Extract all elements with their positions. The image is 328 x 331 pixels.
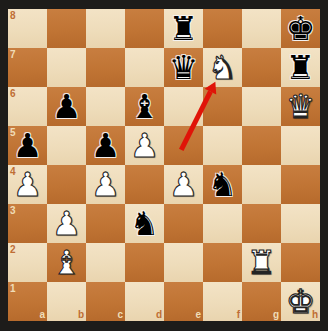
square-a2[interactable]: 2 — [8, 243, 47, 282]
square-f4[interactable]: ♞ — [203, 165, 242, 204]
square-h3[interactable] — [281, 204, 320, 243]
piece-white-queen-h6[interactable]: ♛ — [281, 87, 320, 126]
square-g8[interactable] — [242, 9, 281, 48]
square-d4[interactable] — [125, 165, 164, 204]
square-e8[interactable]: ♜ — [164, 9, 203, 48]
square-f8[interactable] — [203, 9, 242, 48]
square-f7[interactable]: ♞ — [203, 48, 242, 87]
rank-label-8: 8 — [10, 11, 16, 21]
file-label-a: a — [39, 310, 45, 320]
piece-black-queen-e7[interactable]: ♛ — [164, 48, 203, 87]
square-g3[interactable] — [242, 204, 281, 243]
square-g2[interactable]: ♜ — [242, 243, 281, 282]
square-c4[interactable]: ♟ — [86, 165, 125, 204]
piece-white-pawn-d5[interactable]: ♟ — [125, 126, 164, 165]
chess-board-frame: 8♜♚7♛♞♜6♟♝♛5♟♟♟4♟♟♟♞3♟♞2♝♜1abcdefgh♚ — [0, 0, 328, 331]
rank-label-2: 2 — [10, 245, 16, 255]
square-e1[interactable]: e — [164, 282, 203, 321]
square-c3[interactable] — [86, 204, 125, 243]
piece-white-bishop-b2[interactable]: ♝ — [47, 243, 86, 282]
square-c5[interactable]: ♟ — [86, 126, 125, 165]
rank-label-6: 6 — [10, 89, 16, 99]
piece-black-king-h8[interactable]: ♚ — [281, 9, 320, 48]
square-d1[interactable]: d — [125, 282, 164, 321]
file-label-f: f — [237, 310, 240, 320]
square-f2[interactable] — [203, 243, 242, 282]
square-d8[interactable] — [125, 9, 164, 48]
square-g5[interactable] — [242, 126, 281, 165]
square-f6[interactable] — [203, 87, 242, 126]
square-c7[interactable] — [86, 48, 125, 87]
square-b2[interactable]: ♝ — [47, 243, 86, 282]
square-b6[interactable]: ♟ — [47, 87, 86, 126]
square-h1[interactable]: h♚ — [281, 282, 320, 321]
square-f5[interactable] — [203, 126, 242, 165]
piece-white-pawn-c4[interactable]: ♟ — [86, 165, 125, 204]
square-e4[interactable]: ♟ — [164, 165, 203, 204]
square-a6[interactable]: 6 — [8, 87, 47, 126]
square-g1[interactable]: g — [242, 282, 281, 321]
piece-white-king-h1[interactable]: ♚ — [281, 282, 320, 321]
file-label-e: e — [195, 310, 201, 320]
square-b3[interactable]: ♟ — [47, 204, 86, 243]
square-a5[interactable]: 5♟ — [8, 126, 47, 165]
square-e5[interactable] — [164, 126, 203, 165]
file-label-b: b — [78, 310, 84, 320]
piece-black-pawn-b6[interactable]: ♟ — [47, 87, 86, 126]
square-h2[interactable] — [281, 243, 320, 282]
square-h6[interactable]: ♛ — [281, 87, 320, 126]
square-c8[interactable] — [86, 9, 125, 48]
file-label-g: g — [273, 310, 279, 320]
square-d6[interactable]: ♝ — [125, 87, 164, 126]
square-g7[interactable] — [242, 48, 281, 87]
piece-black-pawn-c5[interactable]: ♟ — [86, 126, 125, 165]
file-label-c: c — [117, 310, 123, 320]
square-a3[interactable]: 3 — [8, 204, 47, 243]
square-a4[interactable]: 4♟ — [8, 165, 47, 204]
square-c1[interactable]: c — [86, 282, 125, 321]
square-f1[interactable]: f — [203, 282, 242, 321]
square-h7[interactable]: ♜ — [281, 48, 320, 87]
square-d5[interactable]: ♟ — [125, 126, 164, 165]
piece-black-knight-d3[interactable]: ♞ — [125, 204, 164, 243]
piece-black-knight-f4[interactable]: ♞ — [203, 165, 242, 204]
square-e2[interactable] — [164, 243, 203, 282]
square-f3[interactable] — [203, 204, 242, 243]
square-b5[interactable] — [47, 126, 86, 165]
square-e7[interactable]: ♛ — [164, 48, 203, 87]
square-e3[interactable] — [164, 204, 203, 243]
chess-board: 8♜♚7♛♞♜6♟♝♛5♟♟♟4♟♟♟♞3♟♞2♝♜1abcdefgh♚ — [8, 9, 320, 321]
piece-black-rook-e8[interactable]: ♜ — [164, 9, 203, 48]
piece-white-rook-g2[interactable]: ♜ — [242, 243, 281, 282]
rank-label-7: 7 — [10, 50, 16, 60]
piece-white-pawn-e4[interactable]: ♟ — [164, 165, 203, 204]
square-a7[interactable]: 7 — [8, 48, 47, 87]
square-b7[interactable] — [47, 48, 86, 87]
file-label-d: d — [156, 310, 162, 320]
rank-label-1: 1 — [10, 284, 16, 294]
square-b1[interactable]: b — [47, 282, 86, 321]
square-h8[interactable]: ♚ — [281, 9, 320, 48]
square-h4[interactable] — [281, 165, 320, 204]
piece-white-pawn-b3[interactable]: ♟ — [47, 204, 86, 243]
square-g6[interactable] — [242, 87, 281, 126]
square-c2[interactable] — [86, 243, 125, 282]
piece-black-bishop-d6[interactable]: ♝ — [125, 87, 164, 126]
square-a8[interactable]: 8 — [8, 9, 47, 48]
square-d2[interactable] — [125, 243, 164, 282]
square-h5[interactable] — [281, 126, 320, 165]
square-e6[interactable] — [164, 87, 203, 126]
square-g4[interactable] — [242, 165, 281, 204]
square-d7[interactable] — [125, 48, 164, 87]
piece-black-rook-h7[interactable]: ♜ — [281, 48, 320, 87]
piece-white-knight-f7[interactable]: ♞ — [203, 48, 242, 87]
square-b4[interactable] — [47, 165, 86, 204]
square-c6[interactable] — [86, 87, 125, 126]
piece-black-pawn-a5[interactable]: ♟ — [8, 126, 47, 165]
square-d3[interactable]: ♞ — [125, 204, 164, 243]
piece-white-pawn-a4[interactable]: ♟ — [8, 165, 47, 204]
square-b8[interactable] — [47, 9, 86, 48]
rank-label-3: 3 — [10, 206, 16, 216]
square-a1[interactable]: 1a — [8, 282, 47, 321]
